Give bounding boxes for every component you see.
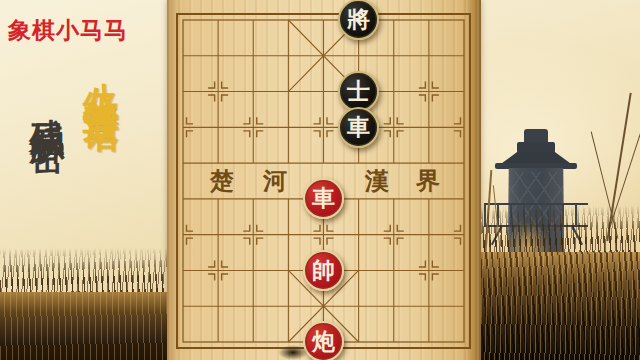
grass-tips-left — [0, 248, 170, 294]
piece-glyph: 帥 — [312, 259, 335, 282]
grass-band-right — [478, 252, 640, 360]
piece-black-advisor[interactable]: 士 — [338, 71, 379, 112]
foreground-grass-tuft — [278, 345, 308, 360]
piece-glyph: 車 — [347, 116, 370, 139]
caption-level: 八级普通话 — [76, 54, 125, 94]
caption-series: 残局解密 — [22, 90, 69, 114]
piece-glyph: 士 — [347, 80, 370, 103]
piece-red-cannon[interactable]: 炮 — [303, 321, 344, 360]
lighthouse-cap-lip — [517, 142, 555, 153]
piece-black-general[interactable]: 將 — [338, 0, 379, 40]
piece-black-chariot[interactable]: 車 — [338, 107, 379, 148]
piece-glyph: 炮 — [312, 330, 335, 353]
grass-tips-right — [478, 205, 640, 255]
piece-glyph: 車 — [312, 187, 335, 210]
pieces-layer: 將士車車帥炮 — [165, 2, 481, 360]
piece-red-general[interactable]: 帥 — [303, 250, 344, 291]
piece-glyph: 將 — [347, 8, 370, 31]
piece-red-chariot[interactable]: 車 — [303, 178, 344, 219]
xiangqi-board: 楚 河 漢 界 將士車車帥炮 — [167, 0, 481, 360]
grass-band-left — [0, 292, 170, 360]
channel-title: 象棋小马马 — [8, 15, 128, 46]
thumbnail-stage: 象棋小马马 八级普通话 残局解密 楚 河 漢 界 將士車車帥炮 — [0, 0, 640, 360]
